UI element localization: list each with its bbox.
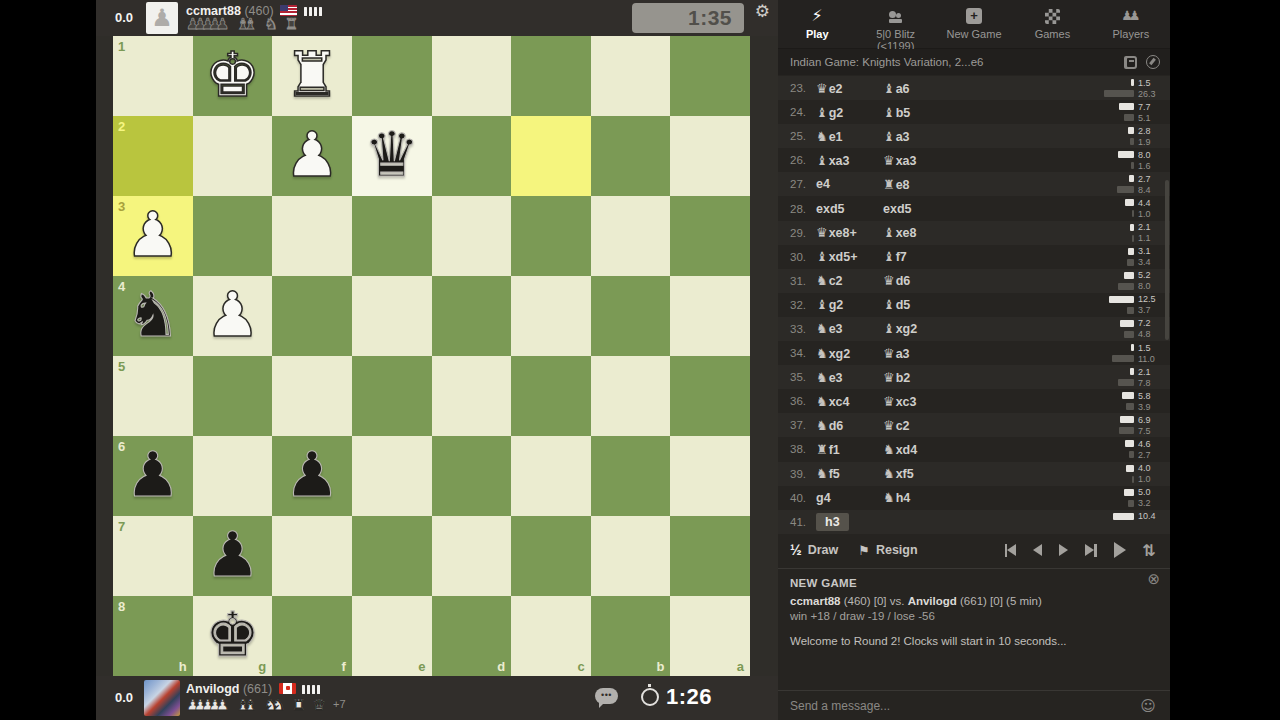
- move-times: 3.13.4: [1092, 246, 1162, 268]
- blitz-event-icon: [888, 10, 904, 23]
- black-move-28[interactable]: exd5: [883, 202, 950, 216]
- opening-name-bar: Indian Game: Knights Variation, 2...e6: [778, 49, 1170, 75]
- captured-p-group: ♟♟♟♟♟: [186, 696, 229, 714]
- figurine-n-icon: ♞: [816, 273, 828, 288]
- move-times: 4.41.0: [1092, 197, 1162, 219]
- square-h4[interactable]: 4♞: [113, 276, 193, 356]
- figurine-n-icon: ♞: [883, 442, 895, 457]
- white-move-35[interactable]: ♞e3: [816, 370, 883, 385]
- move-row-25: 25.♞e1♝a32.81.9: [778, 124, 1170, 148]
- move-number: 30.: [790, 251, 816, 263]
- file-label: c: [578, 659, 585, 674]
- square-f1[interactable]: ♜: [272, 36, 352, 116]
- app-window: 0.0 ♟ ccmart88 (460) ♟♟♟♟♟♝♝♞♜ 1:35 ⚙ 1♚…: [96, 0, 1170, 720]
- move-number: 23.: [790, 82, 816, 94]
- mute-chat-icon[interactable]: ⊗: [1147, 570, 1160, 588]
- move-row-27: 27.e4♜e82.78.4: [778, 172, 1170, 196]
- square-h8[interactable]: 8h: [113, 596, 193, 676]
- move-row-33: 33.♞e3♝xg27.24.8: [778, 317, 1170, 341]
- file-label: b: [656, 659, 664, 674]
- bottom-player-rating: (661): [243, 682, 272, 696]
- ca-flag-icon: [279, 683, 296, 694]
- figurine-b-icon: ♝: [883, 81, 895, 96]
- white-move-33[interactable]: ♞e3: [816, 321, 883, 336]
- move-row-26: 26.♝xa3♛xa38.01.6: [778, 148, 1170, 172]
- square-e6[interactable]: [352, 436, 432, 516]
- square-d7[interactable]: [432, 516, 512, 596]
- move-number: 26.: [790, 154, 816, 166]
- square-h7[interactable]: 7: [113, 516, 193, 596]
- square-a8[interactable]: a: [670, 596, 750, 676]
- square-e3[interactable]: [352, 196, 432, 276]
- lightning-icon: ⚡: [812, 7, 823, 25]
- captured-n-group: ♞: [264, 15, 277, 33]
- square-g2[interactable]: [193, 116, 273, 196]
- file-label: f: [342, 659, 346, 674]
- move-times: 7.24.8: [1092, 318, 1162, 340]
- figurine-n-icon: ♞: [816, 466, 828, 481]
- move-times: 10.4: [1092, 511, 1162, 522]
- bottom-player-score: 0.0: [115, 690, 133, 705]
- figurine-b-icon: ♝: [883, 129, 895, 144]
- figurine-b-icon: ♝: [883, 321, 895, 336]
- square-g8[interactable]: g♚: [193, 596, 273, 676]
- white-move-41[interactable]: h3: [816, 515, 883, 529]
- square-h3[interactable]: 3♟: [113, 196, 193, 276]
- move-times: 4.62.7: [1092, 438, 1162, 460]
- black-move-37[interactable]: ♛c2: [883, 418, 950, 433]
- rank-label: 8: [118, 599, 125, 614]
- square-c8[interactable]: c: [511, 596, 591, 676]
- captured-n-group: ♞♞: [264, 696, 285, 714]
- move-number: 39.: [790, 468, 816, 480]
- chat-input-row: Send a message... ☺: [778, 690, 1170, 720]
- draw-button[interactable]: Draw: [808, 543, 839, 557]
- square-d3[interactable]: [432, 196, 512, 276]
- black-move-31[interactable]: ♛d6: [883, 273, 950, 288]
- square-e2[interactable]: ♛: [352, 116, 432, 196]
- side-panel: ⚡ Play 5|0 Blitz (<1199) + New Game Game…: [778, 0, 1170, 720]
- file-label: a: [737, 659, 744, 674]
- white-pawn-h3: ♟: [113, 196, 193, 274]
- square-d6[interactable]: [432, 436, 512, 516]
- rank-label: 7: [118, 519, 125, 534]
- bottom-captured-pieces: ♟♟♟♟♟♝♝♞♞♜♛+7: [186, 696, 346, 714]
- white-move-40[interactable]: g4: [816, 491, 883, 505]
- square-a7[interactable]: [670, 516, 750, 596]
- black-pawn-g7: ♟: [193, 516, 273, 594]
- square-c5[interactable]: [511, 356, 591, 436]
- pawn-avatar-icon: ♟: [146, 2, 178, 34]
- square-e7[interactable]: [352, 516, 432, 596]
- captured-r-group: ♜: [292, 696, 305, 714]
- square-b6[interactable]: [591, 436, 671, 516]
- half-point-icon: ½: [790, 542, 802, 558]
- rank-label: 2: [118, 119, 125, 134]
- material-advantage: +7: [333, 698, 346, 710]
- move-number: 24.: [790, 106, 816, 118]
- new-game-section: NEW GAME ccmart88 (460) [0] vs. Anvilogd…: [790, 577, 1158, 647]
- square-g4[interactable]: ♟: [193, 276, 273, 356]
- move-number: 41.: [790, 516, 816, 528]
- figurine-q-icon: ♛: [816, 81, 828, 96]
- explorer-icon[interactable]: [1146, 55, 1160, 69]
- black-move-25[interactable]: ♝a3: [883, 129, 950, 144]
- move-row-36: 36.♞xc4♛xc35.83.9: [778, 389, 1170, 413]
- figurine-n-icon: ♞: [816, 346, 828, 361]
- top-player-bar: 0.0 ♟ ccmart88 (460) ♟♟♟♟♟♝♝♞♜ 1:35 ⚙: [96, 0, 778, 36]
- move-row-37: 37.♞d6♛c26.97.5: [778, 413, 1170, 437]
- white-pawn-g4: ♟: [193, 276, 273, 354]
- rating-odds-line: win +18 / draw -19 / lose -56: [790, 610, 1158, 622]
- square-b8[interactable]: b: [591, 596, 671, 676]
- black-move-33[interactable]: ♝xg2: [883, 321, 950, 336]
- board: 1♚♜2♟♛3♟4♞♟56♟♟7♟8hg♚fedcba: [113, 36, 750, 676]
- white-clock: 1:35: [632, 3, 744, 33]
- move-times: 8.01.6: [1092, 149, 1162, 171]
- move-times: 2.81.9: [1092, 125, 1162, 147]
- white-move-30[interactable]: ♝xd5+: [816, 249, 883, 264]
- white-move-32[interactable]: ♝g2: [816, 297, 883, 312]
- figurine-n-icon: ♞: [883, 466, 895, 481]
- gear-icon[interactable]: ⚙: [755, 1, 770, 21]
- white-move-24[interactable]: ♝g2: [816, 105, 883, 120]
- square-e4[interactable]: [352, 276, 432, 356]
- board-column: 0.0 ♟ ccmart88 (460) ♟♟♟♟♟♝♝♞♜ 1:35 ⚙ 1♚…: [96, 0, 778, 720]
- rank-label: 1: [118, 39, 125, 54]
- square-a1[interactable]: [670, 36, 750, 116]
- figurine-q-icon: ♛: [883, 394, 895, 409]
- move-number: 32.: [790, 299, 816, 311]
- black-king-g8: ♚: [193, 596, 273, 674]
- figurine-r-icon: ♜: [883, 177, 895, 192]
- bottom-player-name[interactable]: Anvilogd (661): [186, 682, 322, 697]
- move-row-28: 28.exd5exd54.41.0: [778, 196, 1170, 220]
- autoplay-button[interactable]: [1114, 542, 1126, 558]
- go-previous-button[interactable]: [1033, 544, 1042, 556]
- divider: [778, 568, 1170, 569]
- move-number: 31.: [790, 275, 816, 287]
- stopwatch-icon: [641, 688, 659, 706]
- move-times: 7.75.1: [1092, 101, 1162, 123]
- black-move-24[interactable]: ♝b5: [883, 105, 950, 120]
- move-row-32: 32.♝g2♝d512.53.7: [778, 293, 1170, 317]
- square-c7[interactable]: [511, 516, 591, 596]
- move-row-31: 31.♞c2♛d65.28.0: [778, 269, 1170, 293]
- figurine-b-icon: ♝: [816, 249, 828, 264]
- square-h6[interactable]: 6♟: [113, 436, 193, 516]
- move-times: 4.01.0: [1092, 463, 1162, 485]
- move-list: 23.♛e2♝a61.526.324.♝g2♝b57.75.125.♞e1♝a3…: [778, 76, 1170, 534]
- square-e8[interactable]: e: [352, 596, 432, 676]
- square-f7[interactable]: [272, 516, 352, 596]
- black-queen-e2: ♛: [352, 116, 432, 194]
- move-times: 6.97.5: [1092, 414, 1162, 436]
- captured-b-group: ♝♝: [236, 696, 257, 714]
- top-captured-pieces: ♟♟♟♟♟♝♝♞♜: [186, 15, 305, 33]
- move-number: 40.: [790, 492, 816, 504]
- black-pawn-f6: ♟: [272, 436, 352, 514]
- square-c1[interactable]: [511, 36, 591, 116]
- figurine-q-icon: ♛: [883, 153, 895, 168]
- new-game-title: NEW GAME: [790, 577, 1158, 589]
- black-move-29[interactable]: ♝xe8: [883, 225, 950, 240]
- white-move-23[interactable]: ♛e2: [816, 81, 883, 96]
- square-b2[interactable]: [591, 116, 671, 196]
- square-f8[interactable]: f: [272, 596, 352, 676]
- square-c4[interactable]: [511, 276, 591, 356]
- move-times: 5.03.2: [1092, 487, 1162, 509]
- square-d1[interactable]: [432, 36, 512, 116]
- opening-name: Indian Game: Knights Variation, 2...e6: [790, 56, 983, 68]
- file-label: d: [497, 659, 505, 674]
- tab-new-game[interactable]: + New Game: [935, 0, 1013, 48]
- square-a5[interactable]: [670, 356, 750, 436]
- square-e1[interactable]: [352, 36, 432, 116]
- square-g5[interactable]: [193, 356, 273, 436]
- figurine-b-icon: ♝: [816, 105, 828, 120]
- square-d2[interactable]: [432, 116, 512, 196]
- white-move-29[interactable]: ♛xe8+: [816, 225, 883, 240]
- square-g7[interactable]: ♟: [193, 516, 273, 596]
- move-row-30: 30.♝xd5+♝f73.13.4: [778, 245, 1170, 269]
- chat-input[interactable]: Send a message...: [790, 699, 890, 713]
- move-number: 29.: [790, 227, 816, 239]
- move-number: 33.: [790, 323, 816, 335]
- square-g6[interactable]: [193, 436, 273, 516]
- black-move-32[interactable]: ♝d5: [883, 297, 950, 312]
- white-move-36[interactable]: ♞xc4: [816, 394, 883, 409]
- figurine-q-icon: ♛: [883, 370, 895, 385]
- chat-bubble-icon[interactable]: •••: [595, 688, 618, 704]
- connection-bars-icon: [304, 5, 324, 19]
- square-a4[interactable]: [670, 276, 750, 356]
- move-number: 28.: [790, 203, 816, 215]
- black-move-40[interactable]: ♞h4: [883, 490, 950, 505]
- black-move-38[interactable]: ♞xd4: [883, 442, 950, 457]
- book-icon[interactable]: [1124, 56, 1137, 69]
- captured-r-group: ♜: [285, 15, 298, 33]
- move-row-39: 39.♞f5♞xf54.01.0: [778, 462, 1170, 486]
- connection-bars-icon: [302, 683, 322, 697]
- square-b7[interactable]: [591, 516, 671, 596]
- captured-q-group: ♛: [313, 696, 326, 714]
- move-row-34: 34.♞xg2♛a31.511.0: [778, 341, 1170, 365]
- square-f5[interactable]: [272, 356, 352, 436]
- figurine-q-icon: ♛: [816, 225, 828, 240]
- welcome-message: Welcome to Round 2! Clocks will start in…: [790, 635, 1158, 647]
- figurine-b-icon: ♝: [883, 225, 895, 240]
- square-g1[interactable]: ♚: [193, 36, 273, 116]
- square-b3[interactable]: [591, 196, 671, 276]
- captured-p-group: ♟♟♟♟♟: [186, 15, 229, 33]
- square-c6[interactable]: [511, 436, 591, 516]
- black-move-34[interactable]: ♛a3: [883, 346, 950, 361]
- square-a2[interactable]: [670, 116, 750, 196]
- black-move-23[interactable]: ♝a6: [883, 81, 950, 96]
- square-d5[interactable]: [432, 356, 512, 436]
- matchup-line: ccmart88 (460) [0] vs. Anvilogd (661) [0…: [790, 595, 1158, 607]
- go-next-button[interactable]: [1059, 544, 1068, 556]
- game-controls: ½ Draw ⚑ Resign ⇅: [778, 534, 1170, 566]
- figurine-n-icon: ♞: [883, 490, 895, 505]
- checkerboard-icon: [1045, 9, 1060, 24]
- tab-play[interactable]: ⚡ Play: [778, 0, 856, 48]
- figurine-b-icon: ♝: [816, 297, 828, 312]
- move-times: 2.78.4: [1092, 173, 1162, 195]
- figurine-q-icon: ♛: [883, 346, 895, 361]
- tab-bar: ⚡ Play 5|0 Blitz (<1199) + New Game Game…: [778, 0, 1170, 49]
- white-move-28[interactable]: exd5: [816, 202, 883, 216]
- black-move-30[interactable]: ♝f7: [883, 249, 950, 264]
- square-h2[interactable]: 2: [113, 116, 193, 196]
- white-rook-f1: ♜: [272, 36, 352, 114]
- white-move-27[interactable]: e4: [816, 177, 883, 191]
- figurine-n-icon: ♞: [816, 321, 828, 336]
- figurine-n-icon: ♞: [816, 129, 828, 144]
- move-number: 34.: [790, 347, 816, 359]
- square-a6[interactable]: [670, 436, 750, 516]
- black-move-39[interactable]: ♞xf5: [883, 466, 950, 481]
- move-number: 35.: [790, 371, 816, 383]
- white-king-g1: ♚: [193, 36, 273, 114]
- figurine-b-icon: ♝: [883, 249, 895, 264]
- move-row-35: 35.♞e3♛b22.17.8: [778, 365, 1170, 389]
- top-player-score: 0.0: [115, 10, 133, 25]
- bottom-player-avatar[interactable]: [144, 680, 180, 716]
- plus-icon: +: [966, 8, 982, 24]
- black-move-27[interactable]: ♜e8: [883, 177, 950, 192]
- black-clock: 1:26: [666, 684, 712, 710]
- square-d4[interactable]: [432, 276, 512, 356]
- figurine-r-icon: ♜: [816, 442, 828, 457]
- move-number: 38.: [790, 443, 816, 455]
- figurine-q-icon: ♛: [883, 418, 895, 433]
- white-move-39[interactable]: ♞f5: [816, 466, 883, 481]
- white-move-25[interactable]: ♞e1: [816, 129, 883, 144]
- black-move-36[interactable]: ♛xc3: [883, 394, 950, 409]
- smiley-icon[interactable]: ☺: [1140, 697, 1156, 715]
- top-player-avatar[interactable]: ♟: [146, 2, 178, 34]
- square-b4[interactable]: [591, 276, 671, 356]
- square-b5[interactable]: [591, 356, 671, 436]
- figurine-b-icon: ♝: [883, 297, 895, 312]
- square-d8[interactable]: d: [432, 596, 512, 676]
- white-pawn-f2: ♟: [272, 116, 352, 194]
- move-row-38: 38.♜f1♞xd44.62.7: [778, 437, 1170, 461]
- go-last-button[interactable]: [1085, 544, 1097, 557]
- white-move-38[interactable]: ♜f1: [816, 442, 883, 457]
- white-move-31[interactable]: ♞c2: [816, 273, 883, 288]
- tab-players[interactable]: ♟♟ Players: [1092, 0, 1170, 48]
- square-g3[interactable]: [193, 196, 273, 276]
- rank-label: 5: [118, 359, 125, 374]
- bottom-player-bar: 0.0 Anvilogd (661) ♟♟♟♟♟♝♝♞♞♜♛+7 ••• 1:2…: [96, 676, 778, 720]
- flip-board-button[interactable]: ⇅: [1143, 541, 1156, 560]
- figurine-q-icon: ♛: [883, 273, 895, 288]
- resign-flag-icon: ⚑: [858, 543, 870, 558]
- square-h5[interactable]: 5: [113, 356, 193, 436]
- scrollbar[interactable]: [1165, 180, 1169, 340]
- square-f6[interactable]: ♟: [272, 436, 352, 516]
- square-c2[interactable]: [511, 116, 591, 196]
- move-row-40: 40.g4♞h45.03.2: [778, 486, 1170, 510]
- move-times: 1.511.0: [1092, 342, 1162, 364]
- square-b1[interactable]: [591, 36, 671, 116]
- figurine-n-icon: ♞: [816, 394, 828, 409]
- black-move-26[interactable]: ♛xa3: [883, 153, 950, 168]
- move-number: 37.: [790, 419, 816, 431]
- white-move-37[interactable]: ♞d6: [816, 418, 883, 433]
- file-label: h: [179, 659, 187, 674]
- move-times: 5.28.0: [1092, 270, 1162, 292]
- figurine-n-icon: ♞: [816, 418, 828, 433]
- square-c3[interactable]: [511, 196, 591, 276]
- figurine-b-icon: ♝: [883, 105, 895, 120]
- tab-blitz-event[interactable]: 5|0 Blitz (<1199): [856, 0, 934, 48]
- move-number: 27.: [790, 178, 816, 190]
- move-number: 25.: [790, 130, 816, 142]
- figurine-b-icon: ♝: [816, 153, 828, 168]
- move-times: 5.83.9: [1092, 390, 1162, 412]
- move-times: 2.17.8: [1092, 366, 1162, 388]
- square-e5[interactable]: [352, 356, 432, 436]
- move-times: 2.11.1: [1092, 222, 1162, 244]
- resign-button[interactable]: Resign: [876, 543, 918, 557]
- move-row-41: 41.h310.4: [778, 510, 1170, 534]
- move-times: 12.53.7: [1092, 294, 1162, 316]
- players-icon: ♟♟: [1121, 7, 1140, 25]
- square-a3[interactable]: [670, 196, 750, 276]
- black-pawn-h6: ♟: [113, 436, 193, 514]
- move-times: 1.526.3: [1092, 77, 1162, 99]
- black-knight-h4: ♞: [113, 276, 193, 354]
- square-f2[interactable]: ♟: [272, 116, 352, 196]
- move-row-24: 24.♝g2♝b57.75.1: [778, 100, 1170, 124]
- square-f4[interactable]: [272, 276, 352, 356]
- square-h1[interactable]: 1: [113, 36, 193, 116]
- black-move-35[interactable]: ♛b2: [883, 370, 950, 385]
- white-move-26[interactable]: ♝xa3: [816, 153, 883, 168]
- file-label: e: [418, 659, 425, 674]
- square-f3[interactable]: [272, 196, 352, 276]
- move-number: 36.: [790, 395, 816, 407]
- go-first-button[interactable]: [1005, 544, 1017, 557]
- move-row-29: 29.♛xe8+♝xe82.11.1: [778, 221, 1170, 245]
- move-row-23: 23.♛e2♝a61.526.3: [778, 76, 1170, 100]
- tab-games[interactable]: Games: [1013, 0, 1091, 48]
- figurine-n-icon: ♞: [816, 370, 828, 385]
- captured-b-group: ♝♝: [236, 15, 257, 33]
- white-move-34[interactable]: ♞xg2: [816, 346, 883, 361]
